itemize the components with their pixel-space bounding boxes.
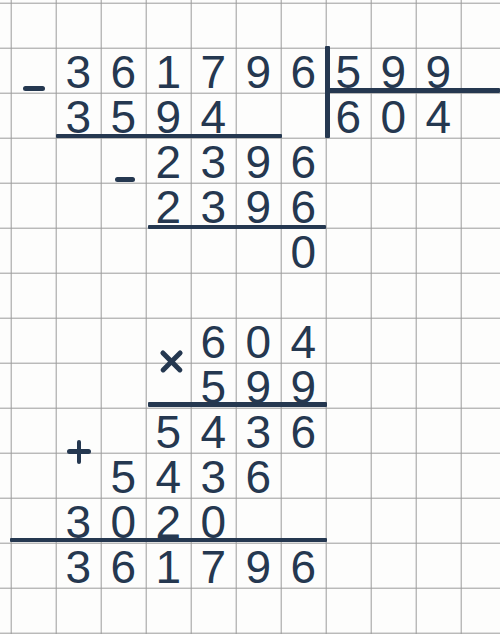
squared-paper-worksheet: 3617965993594604239623960604599543654363…	[0, 0, 500, 634]
times-sign-icon	[159, 349, 183, 373]
operators-layer	[0, 0, 500, 634]
plus-sign-icon	[67, 440, 91, 464]
minus-sign-top-icon	[23, 86, 45, 91]
minus-sign-middle-icon	[115, 177, 135, 182]
